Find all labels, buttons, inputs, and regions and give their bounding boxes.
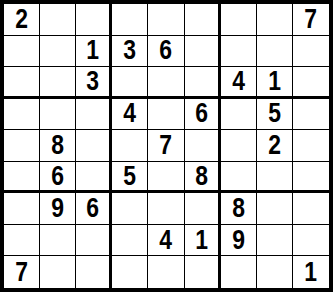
cell-r5c8[interactable]: 2 (257, 130, 293, 162)
given-digit: 8 (195, 163, 208, 190)
cell-r8c5[interactable]: 4 (148, 225, 184, 257)
cell-r4c2[interactable] (40, 99, 76, 131)
given-digit: 8 (232, 195, 245, 222)
cell-r6c4[interactable]: 5 (112, 162, 148, 194)
cell-r1c9[interactable]: 7 (293, 4, 329, 36)
cell-r7c9[interactable] (293, 193, 329, 225)
given-digit: 8 (51, 132, 64, 159)
given-digit: 3 (123, 37, 136, 64)
cell-r5c2[interactable]: 8 (40, 130, 76, 162)
cell-r8c1[interactable] (4, 225, 40, 257)
sudoku-board: 2713634146587265896841971 (0, 0, 333, 292)
cell-r2c2[interactable] (40, 36, 76, 68)
given-digit: 5 (123, 163, 136, 190)
given-digit: 1 (268, 68, 281, 95)
given-digit: 5 (268, 100, 281, 127)
cell-r7c8[interactable] (257, 193, 293, 225)
cell-r9c5[interactable] (148, 256, 184, 288)
cell-r4c6[interactable]: 6 (185, 99, 221, 131)
given-digit: 3 (86, 68, 99, 95)
cell-r8c9[interactable] (293, 225, 329, 257)
cell-r7c6[interactable] (185, 193, 221, 225)
cell-r4c7[interactable] (221, 99, 257, 131)
given-digit: 9 (51, 195, 64, 222)
cell-r9c2[interactable] (40, 256, 76, 288)
cell-r4c5[interactable] (148, 99, 184, 131)
cell-r5c1[interactable] (4, 130, 40, 162)
cell-r8c8[interactable] (257, 225, 293, 257)
cell-r3c2[interactable] (40, 67, 76, 99)
cell-r5c5[interactable]: 7 (148, 130, 184, 162)
cell-r7c4[interactable] (112, 193, 148, 225)
cell-r2c4[interactable]: 3 (112, 36, 148, 68)
cell-r1c5[interactable] (148, 4, 184, 36)
cell-r2c7[interactable] (221, 36, 257, 68)
given-digit: 4 (232, 68, 245, 95)
cell-r6c9[interactable] (293, 162, 329, 194)
given-digit: 4 (160, 227, 173, 254)
cell-r4c8[interactable]: 5 (257, 99, 293, 131)
cell-r2c8[interactable] (257, 36, 293, 68)
cell-r3c5[interactable] (148, 67, 184, 99)
cell-r3c4[interactable] (112, 67, 148, 99)
cell-r1c3[interactable] (76, 4, 112, 36)
cell-r3c1[interactable] (4, 67, 40, 99)
cell-r3c7[interactable]: 4 (221, 67, 257, 99)
cell-r2c1[interactable] (4, 36, 40, 68)
cell-r9c8[interactable] (257, 256, 293, 288)
cell-r8c6[interactable]: 1 (185, 225, 221, 257)
cell-r8c3[interactable] (76, 225, 112, 257)
cell-r2c3[interactable]: 1 (76, 36, 112, 68)
cell-r3c3[interactable]: 3 (76, 67, 112, 99)
cell-r5c4[interactable] (112, 130, 148, 162)
cell-r9c1[interactable]: 7 (4, 256, 40, 288)
cell-r9c6[interactable] (185, 256, 221, 288)
cell-r3c9[interactable] (293, 67, 329, 99)
cell-r9c4[interactable] (112, 256, 148, 288)
cell-r2c6[interactable] (185, 36, 221, 68)
given-digit: 7 (160, 132, 173, 159)
cell-r4c9[interactable] (293, 99, 329, 131)
cell-r6c7[interactable] (221, 162, 257, 194)
given-digit: 7 (15, 259, 28, 286)
cell-r7c1[interactable] (4, 193, 40, 225)
given-digit: 6 (51, 163, 64, 190)
given-digit: 6 (86, 195, 99, 222)
given-digit: 6 (195, 100, 208, 127)
given-digit: 1 (305, 259, 318, 286)
given-digit: 2 (268, 132, 281, 159)
cell-r1c2[interactable] (40, 4, 76, 36)
cell-r9c3[interactable] (76, 256, 112, 288)
cell-r6c6[interactable]: 8 (185, 162, 221, 194)
cell-r6c2[interactable]: 6 (40, 162, 76, 194)
cell-r8c2[interactable] (40, 225, 76, 257)
cell-r5c7[interactable] (221, 130, 257, 162)
cell-r7c7[interactable]: 8 (221, 193, 257, 225)
cell-r6c5[interactable] (148, 162, 184, 194)
cell-r8c4[interactable] (112, 225, 148, 257)
given-digit: 2 (15, 6, 28, 33)
cell-r4c3[interactable] (76, 99, 112, 131)
cell-r9c9[interactable]: 1 (293, 256, 329, 288)
cell-r5c3[interactable] (76, 130, 112, 162)
cell-r4c4[interactable]: 4 (112, 99, 148, 131)
given-digit: 1 (86, 37, 99, 64)
cell-r2c9[interactable] (293, 36, 329, 68)
given-digit: 9 (232, 227, 245, 254)
cell-r1c7[interactable] (221, 4, 257, 36)
cell-r2c5[interactable]: 6 (148, 36, 184, 68)
cell-r6c3[interactable] (76, 162, 112, 194)
given-digit: 7 (305, 6, 318, 33)
cell-r3c6[interactable] (185, 67, 221, 99)
cell-r5c9[interactable] (293, 130, 329, 162)
cell-r1c1[interactable]: 2 (4, 4, 40, 36)
cell-r4c1[interactable] (4, 99, 40, 131)
cell-r6c8[interactable] (257, 162, 293, 194)
cell-r1c4[interactable] (112, 4, 148, 36)
given-digit: 1 (195, 227, 208, 254)
cell-r7c2[interactable]: 9 (40, 193, 76, 225)
cell-r1c8[interactable] (257, 4, 293, 36)
cell-r3c8[interactable]: 1 (257, 67, 293, 99)
cell-r1c6[interactable] (185, 4, 221, 36)
cell-r6c1[interactable] (4, 162, 40, 194)
cell-r9c7[interactable] (221, 256, 257, 288)
given-digit: 4 (123, 100, 136, 127)
cell-r8c7[interactable]: 9 (221, 225, 257, 257)
cell-r7c3[interactable]: 6 (76, 193, 112, 225)
given-digit: 6 (160, 37, 173, 64)
cell-r5c6[interactable] (185, 130, 221, 162)
cell-r7c5[interactable] (148, 193, 184, 225)
